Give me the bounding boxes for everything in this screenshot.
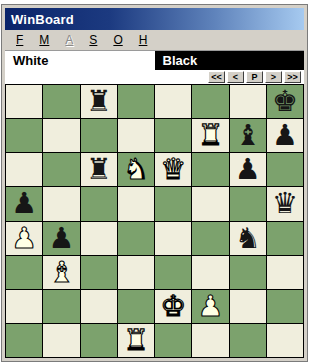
black-knight[interactable]: ♞	[235, 224, 261, 253]
square-e7[interactable]	[155, 119, 191, 152]
square-c6[interactable]: ♜	[81, 153, 117, 186]
white-queen[interactable]: ♛	[160, 155, 186, 184]
square-g4[interactable]: ♞	[230, 222, 266, 255]
square-f8[interactable]	[192, 85, 228, 118]
menu-item-s[interactable]: S	[81, 33, 105, 47]
winboard-window: WinBoard FMASOH White Black <<<P>>> ♜♚♜♝…	[2, 5, 307, 361]
square-a2[interactable]	[6, 290, 42, 323]
square-g2[interactable]	[230, 290, 266, 323]
square-a5[interactable]: ♟	[6, 187, 42, 220]
square-f6[interactable]	[192, 153, 228, 186]
square-d6[interactable]: ♞	[118, 153, 154, 186]
square-c2[interactable]	[81, 290, 117, 323]
menu-item-h[interactable]: H	[131, 33, 156, 47]
square-d7[interactable]	[118, 119, 154, 152]
square-h5[interactable]: ♛	[267, 187, 303, 220]
square-a1[interactable]	[6, 324, 42, 357]
square-h8[interactable]: ♚	[267, 85, 303, 118]
square-d8[interactable]	[118, 85, 154, 118]
square-f4[interactable]	[192, 222, 228, 255]
square-b4[interactable]: ♟	[43, 222, 79, 255]
square-h6[interactable]	[267, 153, 303, 186]
square-a6[interactable]	[6, 153, 42, 186]
white-clock[interactable]: White	[5, 51, 155, 70]
white-rook[interactable]: ♜	[197, 121, 223, 150]
black-pawn[interactable]: ♟	[272, 121, 298, 150]
square-b8[interactable]	[43, 85, 79, 118]
step-forward-button[interactable]: >	[265, 71, 282, 83]
square-b2[interactable]	[43, 290, 79, 323]
chess-board: ♜♚♜♝♟♜♞♛♟♟♛♟♟♞♝♚♟♜	[5, 84, 304, 358]
square-f2[interactable]: ♟	[192, 290, 228, 323]
nav-bar: <<<P>>>	[5, 70, 304, 84]
square-b3[interactable]: ♝	[43, 256, 79, 289]
square-a4[interactable]: ♟	[6, 222, 42, 255]
square-g6[interactable]: ♟	[230, 153, 266, 186]
black-rook[interactable]: ♜	[86, 155, 112, 184]
square-f7[interactable]: ♜	[192, 119, 228, 152]
black-king[interactable]: ♚	[272, 87, 298, 116]
square-f1[interactable]	[192, 324, 228, 357]
black-rook[interactable]: ♜	[86, 87, 112, 116]
menu-item-m[interactable]: M	[31, 33, 57, 47]
menu-bar: FMASOH	[5, 30, 304, 51]
black-bishop[interactable]: ♝	[235, 121, 261, 150]
square-g1[interactable]	[230, 324, 266, 357]
square-b5[interactable]	[43, 187, 79, 220]
white-rook[interactable]: ♜	[123, 326, 149, 355]
square-c5[interactable]	[81, 187, 117, 220]
square-f3[interactable]	[192, 256, 228, 289]
square-c8[interactable]: ♜	[81, 85, 117, 118]
square-c4[interactable]	[81, 222, 117, 255]
square-e6[interactable]: ♛	[155, 153, 191, 186]
square-g7[interactable]: ♝	[230, 119, 266, 152]
black-clock[interactable]: Black	[155, 51, 305, 70]
square-d5[interactable]	[118, 187, 154, 220]
square-e8[interactable]	[155, 85, 191, 118]
black-pawn[interactable]: ♟	[235, 155, 261, 184]
square-a3[interactable]	[6, 256, 42, 289]
square-d1[interactable]: ♜	[118, 324, 154, 357]
square-e3[interactable]	[155, 256, 191, 289]
square-h7[interactable]: ♟	[267, 119, 303, 152]
white-king[interactable]: ♚	[160, 292, 186, 321]
square-c3[interactable]	[81, 256, 117, 289]
square-b6[interactable]	[43, 153, 79, 186]
pause-button[interactable]: P	[246, 71, 263, 83]
square-e2[interactable]: ♚	[155, 290, 191, 323]
square-d4[interactable]	[118, 222, 154, 255]
white-pawn[interactable]: ♟	[197, 292, 223, 321]
square-h4[interactable]	[267, 222, 303, 255]
square-h3[interactable]	[267, 256, 303, 289]
menu-item-o[interactable]: O	[105, 33, 130, 47]
black-pawn[interactable]: ♟	[11, 189, 37, 218]
square-a8[interactable]	[6, 85, 42, 118]
square-g3[interactable]	[230, 256, 266, 289]
square-h2[interactable]	[267, 290, 303, 323]
fast-forward-button[interactable]: >>	[284, 71, 301, 83]
square-d3[interactable]	[118, 256, 154, 289]
square-e5[interactable]	[155, 187, 191, 220]
square-b7[interactable]	[43, 119, 79, 152]
square-g8[interactable]	[230, 85, 266, 118]
square-b1[interactable]	[43, 324, 79, 357]
clock-bar: White Black	[5, 51, 304, 70]
rewind-button[interactable]: <<	[208, 71, 225, 83]
step-back-button[interactable]: <	[227, 71, 244, 83]
black-pawn[interactable]: ♟	[48, 224, 74, 253]
white-bishop[interactable]: ♝	[48, 258, 74, 287]
black-queen[interactable]: ♛	[272, 189, 298, 218]
window-title: WinBoard	[11, 12, 74, 27]
square-h1[interactable]	[267, 324, 303, 357]
square-c1[interactable]	[81, 324, 117, 357]
square-e1[interactable]	[155, 324, 191, 357]
square-a7[interactable]	[6, 119, 42, 152]
square-c7[interactable]	[81, 119, 117, 152]
title-bar[interactable]: WinBoard	[5, 8, 304, 30]
square-g5[interactable]	[230, 187, 266, 220]
menu-item-a[interactable]: A	[57, 33, 81, 47]
white-knight[interactable]: ♞	[123, 155, 149, 184]
square-f5[interactable]	[192, 187, 228, 220]
white-pawn[interactable]: ♟	[11, 224, 37, 253]
square-e4[interactable]	[155, 222, 191, 255]
square-d2[interactable]	[118, 290, 154, 323]
menu-item-f[interactable]: F	[8, 33, 31, 47]
